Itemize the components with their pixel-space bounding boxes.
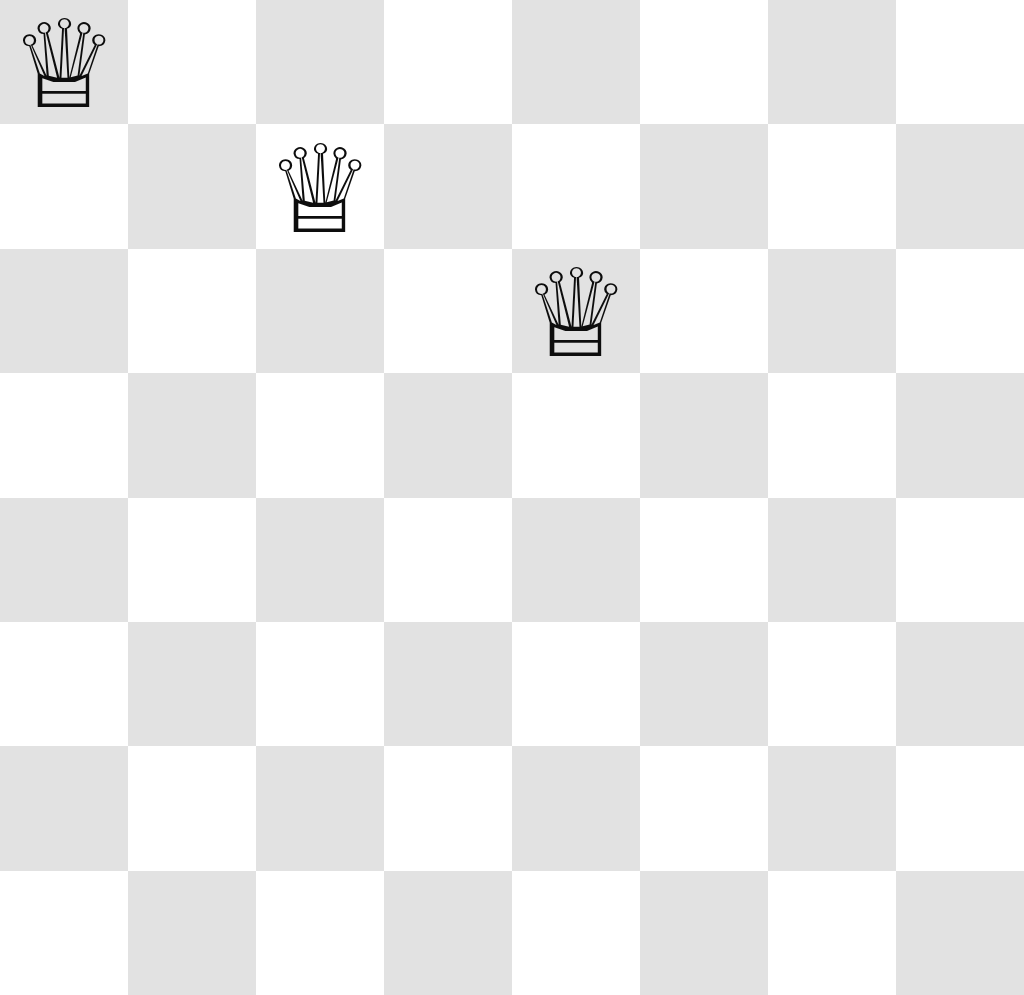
square-g6[interactable] bbox=[768, 249, 896, 373]
square-c6[interactable] bbox=[256, 249, 384, 373]
square-a1[interactable] bbox=[0, 871, 128, 995]
square-d8[interactable] bbox=[384, 0, 512, 124]
white-queen-piece: ♕ bbox=[9, 4, 118, 124]
square-b3[interactable] bbox=[128, 622, 256, 746]
square-b6[interactable] bbox=[128, 249, 256, 373]
white-queen-piece: ♕ bbox=[521, 253, 630, 373]
square-c7[interactable]: ♕ bbox=[256, 124, 384, 248]
square-e3[interactable] bbox=[512, 622, 640, 746]
square-c5[interactable] bbox=[256, 373, 384, 497]
square-b5[interactable] bbox=[128, 373, 256, 497]
white-queen-piece: ♕ bbox=[265, 129, 374, 249]
chessboard: ♕♕♕ bbox=[0, 0, 1024, 995]
square-d2[interactable] bbox=[384, 746, 512, 870]
square-g2[interactable] bbox=[768, 746, 896, 870]
square-d1[interactable] bbox=[384, 871, 512, 995]
square-h1[interactable] bbox=[896, 871, 1024, 995]
square-e2[interactable] bbox=[512, 746, 640, 870]
square-c3[interactable] bbox=[256, 622, 384, 746]
square-g8[interactable] bbox=[768, 0, 896, 124]
square-a6[interactable] bbox=[0, 249, 128, 373]
square-b8[interactable] bbox=[128, 0, 256, 124]
square-h7[interactable] bbox=[896, 124, 1024, 248]
square-a7[interactable] bbox=[0, 124, 128, 248]
square-f1[interactable] bbox=[640, 871, 768, 995]
square-e8[interactable] bbox=[512, 0, 640, 124]
square-c8[interactable] bbox=[256, 0, 384, 124]
square-f7[interactable] bbox=[640, 124, 768, 248]
square-f8[interactable] bbox=[640, 0, 768, 124]
square-g1[interactable] bbox=[768, 871, 896, 995]
square-f3[interactable] bbox=[640, 622, 768, 746]
square-e4[interactable] bbox=[512, 498, 640, 622]
square-c1[interactable] bbox=[256, 871, 384, 995]
square-b7[interactable] bbox=[128, 124, 256, 248]
square-h8[interactable] bbox=[896, 0, 1024, 124]
square-e7[interactable] bbox=[512, 124, 640, 248]
square-d6[interactable] bbox=[384, 249, 512, 373]
square-a2[interactable] bbox=[0, 746, 128, 870]
square-d5[interactable] bbox=[384, 373, 512, 497]
square-d4[interactable] bbox=[384, 498, 512, 622]
square-h5[interactable] bbox=[896, 373, 1024, 497]
square-c4[interactable] bbox=[256, 498, 384, 622]
square-b1[interactable] bbox=[128, 871, 256, 995]
square-c2[interactable] bbox=[256, 746, 384, 870]
square-f5[interactable] bbox=[640, 373, 768, 497]
square-e6[interactable]: ♕ bbox=[512, 249, 640, 373]
square-d3[interactable] bbox=[384, 622, 512, 746]
square-a8[interactable]: ♕ bbox=[0, 0, 128, 124]
square-h4[interactable] bbox=[896, 498, 1024, 622]
square-a5[interactable] bbox=[0, 373, 128, 497]
square-a3[interactable] bbox=[0, 622, 128, 746]
square-b4[interactable] bbox=[128, 498, 256, 622]
square-a4[interactable] bbox=[0, 498, 128, 622]
square-g4[interactable] bbox=[768, 498, 896, 622]
square-e1[interactable] bbox=[512, 871, 640, 995]
square-f6[interactable] bbox=[640, 249, 768, 373]
square-h2[interactable] bbox=[896, 746, 1024, 870]
square-g7[interactable] bbox=[768, 124, 896, 248]
square-g3[interactable] bbox=[768, 622, 896, 746]
square-d7[interactable] bbox=[384, 124, 512, 248]
square-e5[interactable] bbox=[512, 373, 640, 497]
square-b2[interactable] bbox=[128, 746, 256, 870]
square-f4[interactable] bbox=[640, 498, 768, 622]
square-f2[interactable] bbox=[640, 746, 768, 870]
square-h6[interactable] bbox=[896, 249, 1024, 373]
square-h3[interactable] bbox=[896, 622, 1024, 746]
square-g5[interactable] bbox=[768, 373, 896, 497]
